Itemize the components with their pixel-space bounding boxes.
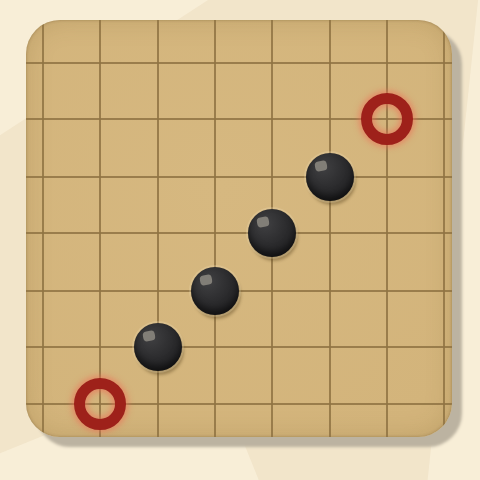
black-stone	[191, 267, 239, 315]
grid-line-horizontal	[26, 176, 452, 178]
stone-highlight	[256, 216, 270, 228]
black-stone	[306, 153, 354, 201]
gomoku-board[interactable]	[26, 20, 452, 437]
grid-line-vertical	[157, 20, 159, 437]
stone-highlight	[314, 160, 328, 172]
grid-line-horizontal	[26, 232, 452, 234]
grid-line-vertical	[214, 20, 216, 437]
suggested-move-marker[interactable]	[74, 378, 126, 430]
black-stone	[248, 209, 296, 257]
grid-line-vertical	[443, 20, 445, 437]
grid-line-vertical	[42, 20, 44, 437]
stone-highlight	[199, 274, 213, 286]
grid-line-vertical	[329, 20, 331, 437]
grid-line-horizontal	[26, 290, 452, 292]
grid-line-vertical	[99, 20, 101, 437]
suggested-move-marker[interactable]	[361, 93, 413, 145]
grid-line-horizontal	[26, 346, 452, 348]
stone-highlight	[142, 330, 156, 342]
black-stone	[134, 323, 182, 371]
grid-line-vertical	[386, 20, 388, 437]
app-background	[0, 0, 480, 480]
grid-line-horizontal	[26, 62, 452, 64]
